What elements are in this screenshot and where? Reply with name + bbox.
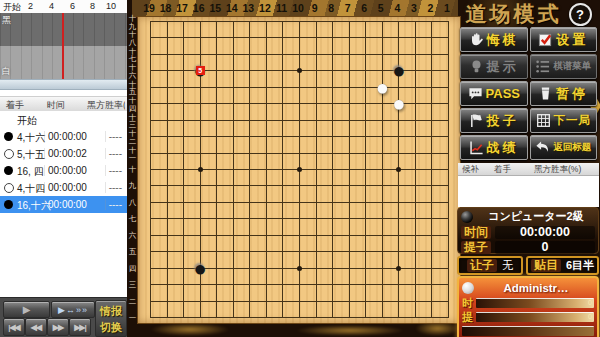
white-stone-glyph: ● [392,95,405,112]
cup-icon [538,86,553,101]
title-bar: 道场模式 ? [457,2,600,26]
board-col-label: 6 [361,2,367,14]
forward-icon: ▶▶ [53,323,63,332]
board-row-label: 十 三 [128,113,137,128]
board-col-label: 15 [209,2,221,14]
graph-tick: 8 [90,1,95,11]
komi-label: 贴目 [531,259,561,272]
white-player-name: Administr… [478,282,594,294]
move-list: 开始4,十六00:00:00----5,十五00:00:02----16, 四0… [0,111,127,213]
right-panel: 道场模式 ? 悔棋设置提示棋谱菜单PASS暂停投子下一局战绩返回标题 候补 着手… [457,0,600,337]
hand-icon [469,32,484,47]
black-player-name: コンピューター2級 [477,209,595,224]
pass-button[interactable]: PASS [460,81,528,106]
info-toggle-button[interactable]: 情报 切换 [95,300,127,337]
last-move-marker: 5 [196,66,205,75]
button-label: 下一局 [554,113,592,128]
board-col-label: 16 [193,2,205,14]
button-label: 返回标题 [553,141,591,154]
current-move-line [62,13,64,79]
star-point [297,68,302,73]
board-col-label: 19 [143,2,155,14]
white-stone-glyph: ● [376,79,389,96]
captures-label: 提 [462,311,474,323]
white-captures-value: 0 [476,313,594,321]
board-row-label: 一 [128,314,137,322]
grid-line [316,21,317,318]
komi-value: 6目半 [566,258,594,273]
move-label: 4,十六 [17,131,45,145]
board-col-label: 12 [259,2,271,14]
board-grid: ●●●●●5 [150,21,449,318]
board-row-label: 十 七 [128,47,137,62]
board-row-label: 十 二 [128,130,137,145]
graph-tick: 4 [49,1,54,11]
board-col-label: 2 [428,2,434,14]
move-label: 16, 四 [17,165,44,179]
first-move-button[interactable]: |◀◀ [3,318,25,336]
black-captures-value: 0 [495,241,595,254]
board-row-label: 八 [128,199,137,207]
handicap-komi-row: 让子 无 贴目 6目半 [457,256,599,275]
move-time: 00:00:00 [44,131,92,142]
star-point [297,167,302,172]
graph-tick: 10 [106,1,116,11]
black-stone-icon [4,200,13,209]
board-row-label: 十 五 [128,80,137,95]
pause-button[interactable]: 暂停 [530,81,598,106]
white-stone-icon [462,282,474,294]
button-label: 棋谱菜单 [553,60,591,73]
kifu-menu-button[interactable]: 棋谱菜单 [530,54,598,79]
board-row-label: 六 [128,232,137,240]
grid-line [150,301,449,302]
board-col-label: 10 [292,2,304,14]
candidates-table: 候补 着手 黑方胜率(%) [458,163,599,207]
handicap-label: 让子 [467,259,497,272]
black-area-label: 黑 [2,14,11,27]
white-stone-icon [4,149,14,159]
graph-scrollbar[interactable] [0,79,127,90]
graph-tick: 6 [70,1,75,11]
stone-black: ● [192,260,209,277]
col-header-winrate: 黑方胜率(%) [534,164,581,176]
skip-to-start-icon: |◀◀ [8,323,20,332]
button-label: 暂停 [556,85,588,103]
grid-line [365,21,366,318]
grid-line [150,251,449,252]
move-label: 5,十五 [17,148,45,162]
prev-move-button[interactable]: ◀◀ [25,318,47,336]
komi-box: 贴目 6目半 [526,256,599,275]
move-list-row[interactable]: 4,十六00:00:00---- [0,128,127,145]
board-col-label: 13 [242,2,254,14]
stone-white: ● [374,79,391,96]
board-row-label: 十 六 [128,64,137,79]
white-time-value: 0 [476,299,594,307]
results-button[interactable]: 战绩 [460,135,528,160]
handicap-box: 让子 无 [457,256,523,275]
hint-button[interactable]: 提示 [460,54,528,79]
playback-controls: ▶ ▶↔»» |◀◀ ◀◀ ▶▶ ▶▶| 情报 切换 [0,297,127,337]
next-game-button[interactable]: 下一局 [530,108,598,133]
white-area-label: 白 [2,65,11,78]
grid-line [448,21,449,318]
page-title: 道场模式 [466,0,562,28]
button-label: 投子 [487,112,519,130]
col-header-candidate: 候补 [462,164,479,176]
question-icon: ? [576,7,584,22]
gold-ornament [150,323,230,336]
move-rate: ---- [105,131,122,142]
black-stone-glyph: ● [194,260,207,277]
chart-icon [469,140,484,155]
no-stone-icon [4,115,13,124]
help-button[interactable]: ? [569,3,592,26]
time-label: 时 [462,297,474,309]
board-row-label: 三 [128,281,137,289]
left-panel: 开始 2 4 6 8 10 黑 白 着手 时间 黑方胜率(... 开始4,十六0… [0,0,127,337]
winrate-graph: 开始 2 4 6 8 10 黑 白 [0,0,127,79]
board-col-label: 11 [276,2,287,14]
move-list-row[interactable]: 16, 四00:00:00---- [0,162,127,179]
stone-black: ●5 [192,62,209,79]
move-label: 开始 [17,114,37,128]
candidates-body [458,176,599,207]
board-row-label: 九 [128,183,137,191]
button-label: 战绩 [487,139,519,157]
grid-line [382,21,383,318]
board-row-label: 十 [128,166,137,174]
return-icon [535,140,550,155]
bulb-icon [469,59,484,74]
time-label: 时间 [461,226,491,239]
board-col-label: 4 [394,2,400,14]
black-stone-icon [4,132,13,141]
move-rate: ---- [105,148,122,159]
grid-line [150,218,449,219]
move-list-row[interactable]: 开始 [0,111,127,128]
gold-ornament [295,325,405,336]
black-player-panel: コンピューター2級 时间 00:00:00 提子 0 [457,207,599,254]
move-time: 00:00:00 [44,165,92,176]
move-rate: ---- [105,182,122,193]
white-time-bar: 0 [476,298,594,308]
move-label: 4,十四 [17,182,45,196]
grid-line [150,284,449,285]
settings-button[interactable]: 设置 [530,27,598,52]
button-label: 悔棋 [487,31,519,49]
board-col-label: 9 [312,2,318,14]
last-move-button[interactable]: ▶▶| [69,318,91,336]
board-col-label: 5 [378,2,384,14]
grid-line [415,21,416,318]
autoplay-button[interactable]: ▶↔»» [51,301,95,318]
col-header-move: 着手 [494,164,511,176]
black-stone-glyph: ● [392,62,405,79]
grid-line [332,21,333,318]
undo-button[interactable]: 悔棋 [460,27,528,52]
black-time-value: 00:00:00 [495,226,595,239]
list-icon [535,59,550,74]
board-col-label: 8 [328,2,334,14]
board-row-label: 十 四 [128,97,137,112]
info-toggle-line1: 情报 [100,303,122,319]
move-list-row[interactable]: 5,十五00:00:02---- [0,145,127,162]
board-row-label: 十 九 [128,15,137,30]
candidates-header: 候补 着手 黑方胜率(%) [458,163,599,176]
star-point [396,167,401,172]
flag-icon [469,113,484,128]
board-col-label: 7 [345,2,351,14]
chat-icon [468,86,483,101]
move-rate: ---- [105,199,122,210]
board-col-label: 14 [226,2,238,14]
grid-line [349,21,350,318]
board-row-label: 十 八 [128,31,137,46]
stone-white: ● [390,95,407,112]
stone-black: ● [390,62,407,79]
star-point [396,266,401,271]
autoplay-icon: ▶↔»» [58,305,88,315]
grid-line [150,202,449,203]
star-point [297,266,302,271]
go-app-window: 开始 2 4 6 8 10 黑 白 着手 时间 黑方胜率(... 开始4,十六0… [0,0,600,337]
resign-button[interactable]: 投子 [460,108,528,133]
button-label: 设置 [556,31,588,49]
play-button[interactable]: ▶ [3,301,50,318]
skip-to-end-icon: ▶▶| [74,323,86,332]
graph-tick: 2 [28,1,33,11]
play-icon: ▶ [23,304,31,315]
board-col-label: 3 [411,2,417,14]
star-point [198,167,203,172]
move-rate: ---- [105,165,122,176]
clipped-row-bar [462,326,594,336]
move-time: 00:00:02 [44,148,92,159]
black-stone-icon [4,166,13,175]
button-label: 提示 [487,58,519,76]
button-label: PASS [486,86,520,101]
move-time: 00:00:00 [44,182,92,193]
go-board[interactable]: ●●●●●5 [137,16,461,324]
board-row-label: 五 [128,248,137,256]
next-move-button[interactable]: ▶▶ [47,318,69,336]
white-player-panel: Administr… 时 0 提 0 [457,276,599,337]
grid-line [431,21,432,318]
grid-line [150,185,449,186]
board-row-label: 四 [128,265,137,273]
move-time: 00:00:00 [44,199,92,210]
board-col-label: 17 [176,2,188,14]
board-row-label: 七 [128,216,137,224]
info-toggle-line2: 切换 [100,319,122,335]
board-row-label: 二 [128,298,137,306]
board-col-label: 1 [444,2,450,14]
rewind-icon: ◀◀ [31,323,41,332]
board-col-label: 18 [160,2,172,14]
handicap-value: 无 [502,258,513,273]
white-stone-icon [4,183,14,193]
white-captures-bar: 0 [476,312,594,322]
move-table-header: 着手 时间 黑方胜率(... [0,96,127,112]
graph-tick-labels: 开始 2 4 6 8 10 [0,0,127,13]
board-top-coordinates: 19181716151413121110987654321 [137,0,459,16]
return-title-button[interactable]: 返回标题 [530,135,598,160]
move-list-row[interactable]: 4,十四00:00:00---- [0,179,127,196]
black-stone-icon [461,211,473,223]
grid-line [150,235,449,236]
captures-label: 提子 [461,241,491,254]
checkbox-icon [538,32,553,47]
move-list-row[interactable]: 16,十六00:00:00---- [0,196,127,213]
board-row-label: 十 一 [128,146,137,161]
grid-icon [536,113,551,128]
action-buttons: 悔棋设置提示棋谱菜单PASS暂停投子下一局战绩返回标题 [460,27,597,160]
grid-line [150,317,449,318]
